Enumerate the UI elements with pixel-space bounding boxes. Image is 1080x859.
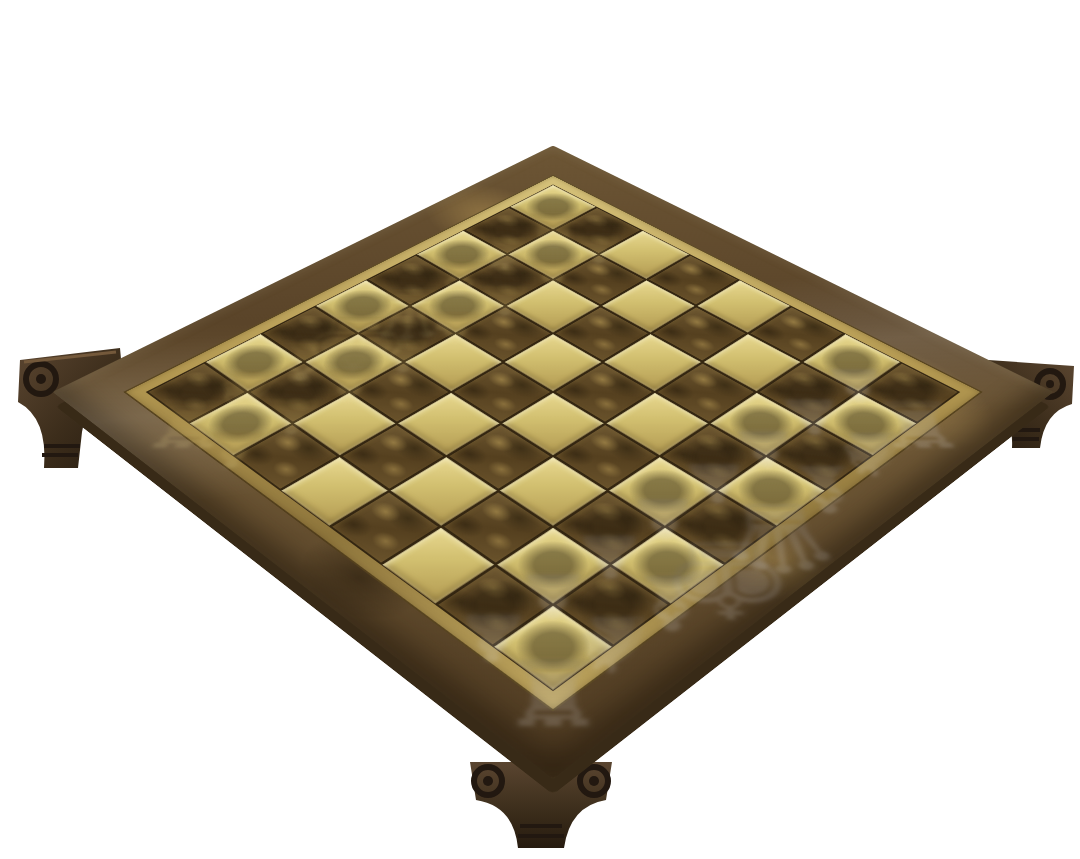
chess-board: ♜♜♞♞♟♟♝♝♟♟♛♛♟♟♚♚♟♟♝♝♟♟♞♞♟♟♟♟♜♜♟♟♟♟♜♜♟♟♟♟… — [146, 184, 961, 691]
silver-rook-icon: ♜ — [500, 528, 606, 647]
scene-3d: ♜♜♞♞♟♟♝♝♟♟♛♛♟♟♚♚♟♟♝♝♟♟♞♞♟♟♟♟♜♜♟♟♟♟♜♜♟♟♟♟… — [0, 0, 1080, 859]
piece-black-pawn-h7: ♟♟ — [188, 392, 292, 456]
chess-set-photo: ♜♜♞♞♟♟♝♝♟♟♛♛♟♟♚♚♟♟♝♝♟♟♞♞♟♟♟♟♜♜♟♟♟♟♜♜♟♟♟♟… — [0, 0, 1080, 859]
gold-pawn-icon: ♟ — [205, 344, 277, 424]
